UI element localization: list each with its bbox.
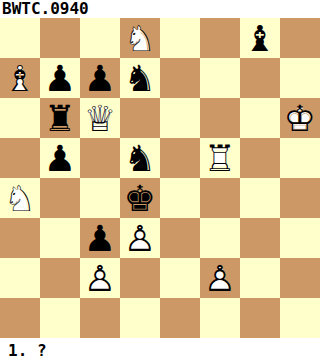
square-a7[interactable]: ♝♗ [0,58,40,98]
square-g5[interactable] [240,138,280,178]
square-g8[interactable]: ♝ [240,18,280,58]
square-c5[interactable] [80,138,120,178]
square-d6[interactable] [120,98,160,138]
piece-outline: ♕ [80,98,120,138]
piece-outline: ♘ [0,178,40,218]
piece-outline: ♙ [120,218,160,258]
square-a1[interactable] [0,298,40,338]
white-pawn[interactable]: ♟♙ [120,218,160,258]
square-h2[interactable] [280,258,320,298]
square-d2[interactable] [120,258,160,298]
piece-glyph: ♟ [80,58,120,98]
square-c1[interactable] [80,298,120,338]
white-knight[interactable]: ♞♘ [0,178,40,218]
piece-glyph: ♟ [40,58,80,98]
square-c7[interactable]: ♟ [80,58,120,98]
square-d4[interactable]: ♚ [120,178,160,218]
square-a6[interactable] [0,98,40,138]
black-rook[interactable]: ♜ [40,98,80,138]
square-f5[interactable]: ♜♖ [200,138,240,178]
chess-puzzle-page: BWTC.0940 ♞♘♝♝♗♟♟♞♜♛♕♚♔♟♞♜♖♞♘♚♟♟♙♟♙♟♙ 1.… [0,0,320,360]
square-f7[interactable] [200,58,240,98]
puzzle-id-title: BWTC.0940 [0,0,320,18]
square-a4[interactable]: ♞♘ [0,178,40,218]
square-d7[interactable]: ♞ [120,58,160,98]
piece-glyph: ♚ [120,178,160,218]
square-h5[interactable] [280,138,320,178]
square-f8[interactable] [200,18,240,58]
piece-glyph: ♟ [80,218,120,258]
square-h8[interactable] [280,18,320,58]
white-queen[interactable]: ♛♕ [80,98,120,138]
white-pawn[interactable]: ♟♙ [200,258,240,298]
black-pawn[interactable]: ♟ [40,138,80,178]
square-e1[interactable] [160,298,200,338]
piece-glyph: ♝ [240,18,280,58]
square-d8[interactable]: ♞♘ [120,18,160,58]
piece-outline: ♙ [80,258,120,298]
square-h7[interactable] [280,58,320,98]
square-c2[interactable]: ♟♙ [80,258,120,298]
square-f3[interactable] [200,218,240,258]
square-b4[interactable] [40,178,80,218]
square-e7[interactable] [160,58,200,98]
square-f1[interactable] [200,298,240,338]
square-b5[interactable]: ♟ [40,138,80,178]
square-h4[interactable] [280,178,320,218]
square-b2[interactable] [40,258,80,298]
square-h1[interactable] [280,298,320,338]
black-king[interactable]: ♚ [120,178,160,218]
square-b7[interactable]: ♟ [40,58,80,98]
square-g6[interactable] [240,98,280,138]
white-pawn[interactable]: ♟♙ [80,258,120,298]
black-pawn[interactable]: ♟ [40,58,80,98]
chess-board[interactable]: ♞♘♝♝♗♟♟♞♜♛♕♚♔♟♞♜♖♞♘♚♟♟♙♟♙♟♙ [0,18,320,338]
square-b6[interactable]: ♜ [40,98,80,138]
piece-glyph: ♜ [40,98,80,138]
piece-outline: ♖ [200,138,240,178]
square-a8[interactable] [0,18,40,58]
white-rook[interactable]: ♜♖ [200,138,240,178]
piece-outline: ♙ [200,258,240,298]
square-d1[interactable] [120,298,160,338]
move-prompt: 1. ? [0,338,320,360]
black-bishop[interactable]: ♝ [240,18,280,58]
piece-outline: ♘ [120,18,160,58]
square-c8[interactable] [80,18,120,58]
white-king[interactable]: ♚♔ [280,98,320,138]
black-knight[interactable]: ♞ [120,138,160,178]
square-g1[interactable] [240,298,280,338]
piece-glyph: ♟ [40,138,80,178]
square-h3[interactable] [280,218,320,258]
square-f2[interactable]: ♟♙ [200,258,240,298]
square-g7[interactable] [240,58,280,98]
square-e6[interactable] [160,98,200,138]
square-g2[interactable] [240,258,280,298]
square-g4[interactable] [240,178,280,218]
square-c4[interactable] [80,178,120,218]
square-e4[interactable] [160,178,200,218]
white-knight[interactable]: ♞♘ [120,18,160,58]
piece-outline: ♔ [280,98,320,138]
square-e3[interactable] [160,218,200,258]
square-e5[interactable] [160,138,200,178]
square-e2[interactable] [160,258,200,298]
square-c3[interactable]: ♟ [80,218,120,258]
piece-glyph: ♞ [120,58,160,98]
square-f6[interactable] [200,98,240,138]
square-c6[interactable]: ♛♕ [80,98,120,138]
square-b3[interactable] [40,218,80,258]
black-pawn[interactable]: ♟ [80,58,120,98]
square-a5[interactable] [0,138,40,178]
square-e8[interactable] [160,18,200,58]
square-d5[interactable]: ♞ [120,138,160,178]
square-f4[interactable] [200,178,240,218]
square-h6[interactable]: ♚♔ [280,98,320,138]
black-knight[interactable]: ♞ [120,58,160,98]
white-bishop[interactable]: ♝♗ [0,58,40,98]
square-a2[interactable] [0,258,40,298]
black-pawn[interactable]: ♟ [80,218,120,258]
square-b1[interactable] [40,298,80,338]
square-d3[interactable]: ♟♙ [120,218,160,258]
piece-glyph: ♞ [120,138,160,178]
square-a3[interactable] [0,218,40,258]
square-b8[interactable] [40,18,80,58]
square-g3[interactable] [240,218,280,258]
piece-outline: ♗ [0,58,40,98]
